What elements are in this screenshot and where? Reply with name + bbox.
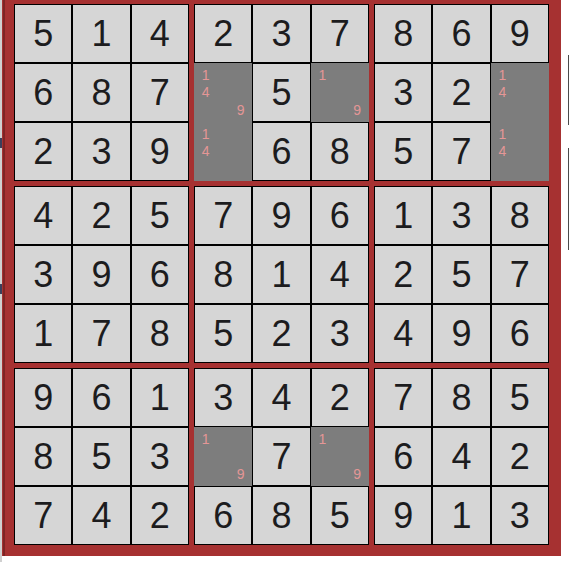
cell-r7c9[interactable]: 5 — [491, 368, 549, 427]
cell-r7c6[interactable]: 2 — [311, 368, 369, 427]
cell-r9c4[interactable]: 6 — [194, 486, 252, 545]
cell-value: 6 — [150, 257, 170, 293]
cell-value: 6 — [330, 198, 350, 234]
cell-value: 3 — [33, 257, 53, 293]
cell-r1c2[interactable]: 1 — [72, 4, 130, 63]
cell-value: 7 — [451, 134, 471, 170]
cell-value: 4 — [271, 380, 291, 416]
cell-r1c3[interactable]: 4 — [131, 4, 189, 63]
cell-value: 3 — [213, 380, 233, 416]
cell-value: 7 — [33, 498, 53, 534]
pencil-mark: 1 — [197, 125, 214, 143]
cell-r4c8[interactable]: 3 — [432, 186, 490, 245]
cell-value: 7 — [91, 316, 111, 352]
cell-r7c8[interactable]: 8 — [432, 368, 490, 427]
cell-r6c7[interactable]: 4 — [374, 304, 432, 363]
cell-value: 6 — [451, 16, 471, 52]
cell-r9c1[interactable]: 7 — [14, 486, 72, 545]
sudoku-board: 5146872392371495191468869321457144253961… — [2, 0, 561, 556]
cell-r8c4[interactable]: 19 — [194, 427, 252, 486]
cell-r1c8[interactable]: 6 — [432, 4, 490, 63]
cell-value: 1 — [393, 198, 413, 234]
cell-r6c3[interactable]: 8 — [131, 304, 189, 363]
cell-r8c8[interactable]: 4 — [432, 427, 490, 486]
cell-r8c1[interactable]: 8 — [14, 427, 72, 486]
cell-r3c1[interactable]: 2 — [14, 122, 72, 181]
cell-value: 5 — [213, 316, 233, 352]
pencil-mark: 1 — [197, 430, 214, 448]
cell-r8c2[interactable]: 5 — [72, 427, 130, 486]
pencil-mark: 9 — [232, 465, 249, 483]
cell-value: 8 — [330, 134, 350, 170]
pencil-mark: 1 — [314, 66, 331, 84]
cell-value: 7 — [150, 75, 170, 111]
box-9: 785642913 — [374, 368, 549, 545]
cell-r6c1[interactable]: 1 — [14, 304, 72, 363]
box-5: 796814523 — [194, 186, 369, 363]
cell-value: 3 — [91, 134, 111, 170]
cell-value: 9 — [271, 198, 291, 234]
cell-value: 6 — [33, 75, 53, 111]
cell-value: 8 — [393, 16, 413, 52]
cell-value: 3 — [330, 316, 350, 352]
pencil-mark: 1 — [197, 66, 214, 84]
cell-value: 2 — [510, 439, 530, 475]
pencil-mark: 9 — [349, 101, 366, 119]
cell-r2c1[interactable]: 6 — [14, 63, 72, 122]
box-3: 86932145714 — [374, 4, 549, 181]
pencil-marks-grid: 19 — [197, 430, 249, 483]
cell-r1c5[interactable]: 3 — [252, 4, 310, 63]
box-4: 425396178 — [14, 186, 189, 363]
cell-value: 7 — [271, 439, 291, 475]
cell-r4c3[interactable]: 5 — [131, 186, 189, 245]
cell-value: 2 — [451, 75, 471, 111]
cell-r9c8[interactable]: 1 — [432, 486, 490, 545]
cell-r1c9[interactable]: 9 — [491, 4, 549, 63]
cell-value: 6 — [393, 439, 413, 475]
cell-value: 3 — [393, 75, 413, 111]
cell-value: 1 — [271, 257, 291, 293]
cell-value: 2 — [213, 16, 233, 52]
cell-value: 9 — [91, 257, 111, 293]
cell-r5c9[interactable]: 7 — [491, 245, 549, 304]
cell-r8c7[interactable]: 6 — [374, 427, 432, 486]
box-7: 961853742 — [14, 368, 189, 545]
cell-value: 4 — [330, 257, 350, 293]
cell-r3c2[interactable]: 3 — [72, 122, 130, 181]
pencil-mark: 1 — [314, 430, 331, 448]
cell-value: 9 — [150, 134, 170, 170]
cell-r8c5[interactable]: 7 — [252, 427, 310, 486]
cell-r6c4[interactable]: 5 — [194, 304, 252, 363]
cell-r3c6[interactable]: 8 — [311, 122, 369, 181]
cell-r7c4[interactable]: 3 — [194, 368, 252, 427]
box-6: 138257496 — [374, 186, 549, 363]
cell-value: 9 — [451, 316, 471, 352]
pencil-mark: 1 — [494, 125, 511, 143]
cell-value: 5 — [510, 380, 530, 416]
box-8: 34219719685 — [194, 368, 369, 545]
cell-r6c9[interactable]: 6 — [491, 304, 549, 363]
cell-r4c4[interactable]: 7 — [194, 186, 252, 245]
cell-value: 3 — [510, 498, 530, 534]
cell-r2c2[interactable]: 8 — [72, 63, 130, 122]
cell-r3c4[interactable]: 14 — [194, 122, 252, 181]
cell-value: 8 — [150, 316, 170, 352]
cell-r9c3[interactable]: 2 — [131, 486, 189, 545]
cell-r5c2[interactable]: 9 — [72, 245, 130, 304]
cell-value: 6 — [213, 498, 233, 534]
cell-value: 1 — [33, 316, 53, 352]
cell-r3c7[interactable]: 5 — [374, 122, 432, 181]
cell-value: 4 — [393, 316, 413, 352]
cell-r2c5[interactable]: 5 — [252, 63, 310, 122]
pencil-mark: 9 — [349, 465, 366, 483]
cell-value: 5 — [330, 498, 350, 534]
pencil-marks-grid: 19 — [314, 430, 366, 483]
cell-r9c9[interactable]: 3 — [491, 486, 549, 545]
cell-value: 8 — [271, 498, 291, 534]
cell-value: 5 — [451, 257, 471, 293]
cell-value: 2 — [330, 380, 350, 416]
cell-r9c2[interactable]: 4 — [72, 486, 130, 545]
cell-r5c7[interactable]: 2 — [374, 245, 432, 304]
cell-r2c9[interactable]: 14 — [491, 63, 549, 122]
cell-r8c9[interactable]: 2 — [491, 427, 549, 486]
cell-value: 5 — [33, 16, 53, 52]
cell-r6c8[interactable]: 9 — [432, 304, 490, 363]
cell-value: 8 — [451, 380, 471, 416]
cell-value: 7 — [330, 16, 350, 52]
cell-value: 2 — [271, 316, 291, 352]
cell-value: 5 — [271, 75, 291, 111]
cell-r7c3[interactable]: 1 — [131, 368, 189, 427]
cell-r6c5[interactable]: 2 — [252, 304, 310, 363]
cell-r5c1[interactable]: 3 — [14, 245, 72, 304]
cell-value: 6 — [91, 380, 111, 416]
cell-r8c6[interactable]: 19 — [311, 427, 369, 486]
box-2: 2371495191468 — [194, 4, 369, 181]
pencil-marks-grid: 14 — [197, 125, 249, 178]
cell-value: 9 — [393, 498, 413, 534]
cell-r4c5[interactable]: 9 — [252, 186, 310, 245]
pencil-mark: 9 — [232, 101, 249, 119]
cell-value: 3 — [150, 439, 170, 475]
pencil-mark: 4 — [494, 84, 511, 102]
pencil-marks-grid: 14 — [494, 125, 546, 178]
cell-value: 8 — [213, 257, 233, 293]
cell-r3c3[interactable]: 9 — [131, 122, 189, 181]
cell-r5c5[interactable]: 1 — [252, 245, 310, 304]
cell-value: 6 — [271, 134, 291, 170]
cell-r3c9[interactable]: 14 — [491, 122, 549, 181]
pencil-mark: 4 — [197, 143, 214, 161]
cell-value: 2 — [150, 498, 170, 534]
cell-value: 1 — [451, 498, 471, 534]
cell-value: 4 — [451, 439, 471, 475]
cell-r4c1[interactable]: 4 — [14, 186, 72, 245]
pencil-marks-grid: 149 — [197, 66, 249, 119]
cell-r8c3[interactable]: 3 — [131, 427, 189, 486]
pencil-mark: 1 — [494, 66, 511, 84]
cell-value: 2 — [91, 198, 111, 234]
cell-r1c4[interactable]: 2 — [194, 4, 252, 63]
cell-r9c7[interactable]: 9 — [374, 486, 432, 545]
cell-r6c6[interactable]: 3 — [311, 304, 369, 363]
cell-value: 7 — [213, 198, 233, 234]
cell-value: 2 — [33, 134, 53, 170]
cell-value: 9 — [510, 16, 530, 52]
cell-r2c7[interactable]: 3 — [374, 63, 432, 122]
cell-value: 4 — [91, 498, 111, 534]
cell-r4c6[interactable]: 6 — [311, 186, 369, 245]
cell-value: 2 — [393, 257, 413, 293]
cell-value: 1 — [150, 380, 170, 416]
pencil-mark: 4 — [494, 143, 511, 161]
pencil-marks-grid: 14 — [494, 66, 546, 119]
cell-r7c5[interactable]: 4 — [252, 368, 310, 427]
cell-value: 6 — [510, 316, 530, 352]
cell-value: 9 — [33, 380, 53, 416]
cell-r1c6[interactable]: 7 — [311, 4, 369, 63]
cell-value: 7 — [393, 380, 413, 416]
cell-value: 3 — [271, 16, 291, 52]
cell-r7c2[interactable]: 6 — [72, 368, 130, 427]
cell-r5c3[interactable]: 6 — [131, 245, 189, 304]
cell-r1c7[interactable]: 8 — [374, 4, 432, 63]
cell-value: 1 — [91, 16, 111, 52]
cell-r4c9[interactable]: 8 — [491, 186, 549, 245]
board-border-shading — [3, 0, 5, 556]
cell-r1c1[interactable]: 5 — [14, 4, 72, 63]
cell-r2c6[interactable]: 19 — [311, 63, 369, 122]
cell-value: 8 — [510, 198, 530, 234]
cell-value: 5 — [393, 134, 413, 170]
cell-r9c5[interactable]: 8 — [252, 486, 310, 545]
cell-value: 8 — [91, 75, 111, 111]
cell-value: 5 — [91, 439, 111, 475]
cell-r7c7[interactable]: 7 — [374, 368, 432, 427]
cell-r6c2[interactable]: 7 — [72, 304, 130, 363]
cell-r4c7[interactable]: 1 — [374, 186, 432, 245]
cell-value: 4 — [150, 16, 170, 52]
cell-r7c1[interactable]: 9 — [14, 368, 72, 427]
cell-value: 5 — [150, 198, 170, 234]
cell-value: 3 — [451, 198, 471, 234]
cell-r5c4[interactable]: 8 — [194, 245, 252, 304]
cell-r2c3[interactable]: 7 — [131, 63, 189, 122]
cell-r5c6[interactable]: 4 — [311, 245, 369, 304]
pencil-marks-grid: 19 — [314, 66, 366, 119]
box-1: 514687239 — [14, 4, 189, 181]
cell-r4c2[interactable]: 2 — [72, 186, 130, 245]
cell-value: 4 — [33, 198, 53, 234]
cell-r3c5[interactable]: 6 — [252, 122, 310, 181]
cell-r9c6[interactable]: 5 — [311, 486, 369, 545]
cell-r2c8[interactable]: 2 — [432, 63, 490, 122]
cell-r2c4[interactable]: 149 — [194, 63, 252, 122]
pencil-mark: 4 — [197, 84, 214, 102]
cell-value: 7 — [510, 257, 530, 293]
cell-r5c8[interactable]: 5 — [432, 245, 490, 304]
cell-value: 8 — [33, 439, 53, 475]
cell-r3c8[interactable]: 7 — [432, 122, 490, 181]
